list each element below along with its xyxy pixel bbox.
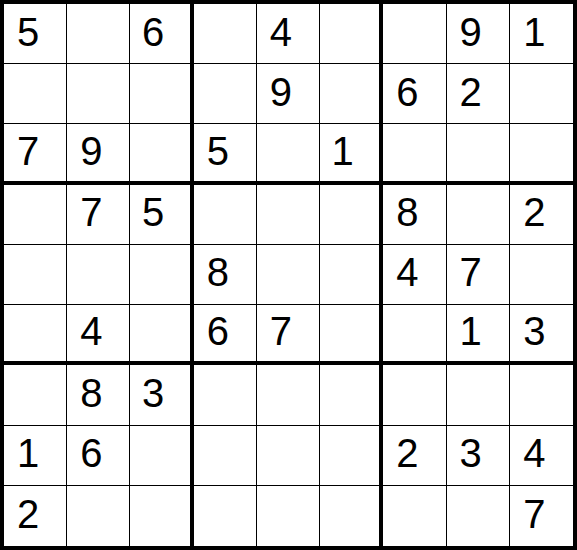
cell-r6c7[interactable] [383,305,446,365]
cell-r8c4[interactable] [194,426,257,486]
cell-r7c6[interactable] [320,365,383,425]
cell-r2c3[interactable] [130,64,193,124]
cell-r4c9[interactable]: 2 [510,185,573,245]
cell-r7c2[interactable]: 8 [67,365,130,425]
cell-r3c2[interactable]: 9 [67,124,130,184]
given-digit: 8 [396,192,418,232]
given-digit: 3 [523,311,545,351]
cell-r4c5[interactable] [257,185,320,245]
cell-r2c5[interactable]: 9 [257,64,320,124]
given-digit: 1 [460,311,482,351]
cell-r2c2[interactable] [67,64,130,124]
given-digit: 5 [17,12,39,52]
given-digit: 2 [460,72,482,112]
cell-r5c3[interactable] [130,245,193,305]
cell-r5c5[interactable] [257,245,320,305]
cell-r9c4[interactable] [194,486,257,546]
cell-r6c1[interactable] [4,305,67,365]
cell-r3c8[interactable] [447,124,510,184]
cell-r9c1[interactable]: 2 [4,486,67,546]
cell-r7c9[interactable] [510,365,573,425]
cell-r8c1[interactable]: 1 [4,426,67,486]
cell-r3c9[interactable] [510,124,573,184]
cell-r3c5[interactable] [257,124,320,184]
cell-r1c1[interactable]: 5 [4,4,67,64]
given-digit: 7 [17,131,39,171]
cell-r4c4[interactable] [194,185,257,245]
given-digit: 3 [142,373,164,413]
cell-r1c2[interactable] [67,4,130,64]
given-digit: 8 [80,373,102,413]
cell-r5c6[interactable] [320,245,383,305]
cell-r3c6[interactable]: 1 [320,124,383,184]
cell-r8c3[interactable] [130,426,193,486]
cell-r2c7[interactable]: 6 [383,64,446,124]
cell-r4c2[interactable]: 7 [67,185,130,245]
cell-r8c8[interactable]: 3 [447,426,510,486]
cell-r4c7[interactable]: 8 [383,185,446,245]
given-digit: 6 [207,311,229,351]
given-digit: 4 [523,433,545,473]
cell-r7c5[interactable] [257,365,320,425]
cell-r2c8[interactable]: 2 [447,64,510,124]
given-digit: 6 [396,72,418,112]
cell-r6c6[interactable] [320,305,383,365]
cell-r9c6[interactable] [320,486,383,546]
given-digit: 4 [396,252,418,292]
cell-r7c4[interactable] [194,365,257,425]
cell-r5c2[interactable] [67,245,130,305]
given-digit: 3 [460,433,482,473]
cell-r3c3[interactable] [130,124,193,184]
given-digit: 5 [142,192,164,232]
cell-r9c5[interactable] [257,486,320,546]
cell-r2c6[interactable] [320,64,383,124]
given-digit: 2 [523,192,545,232]
cell-r6c9[interactable]: 3 [510,305,573,365]
given-digit: 7 [460,252,482,292]
cell-r3c4[interactable]: 5 [194,124,257,184]
cell-r3c1[interactable]: 7 [4,124,67,184]
cell-r5c7[interactable]: 4 [383,245,446,305]
cell-r1c3[interactable]: 6 [130,4,193,64]
cell-r9c9[interactable]: 7 [510,486,573,546]
cell-r8c7[interactable]: 2 [383,426,446,486]
given-digit: 7 [270,311,292,351]
given-digit: 1 [332,131,354,171]
given-digit: 7 [80,192,102,232]
cell-r6c4[interactable]: 6 [194,305,257,365]
cell-r3c7[interactable] [383,124,446,184]
given-digit: 4 [270,12,292,52]
given-digit: 5 [207,131,229,171]
sudoku-board: 564919627951758284746713831623427 [0,0,577,550]
cell-r9c3[interactable] [130,486,193,546]
cell-r8c6[interactable] [320,426,383,486]
cell-r1c7[interactable] [383,4,446,64]
cell-r6c2[interactable]: 4 [67,305,130,365]
cell-r7c8[interactable] [447,365,510,425]
given-digit: 9 [460,12,482,52]
cell-r7c3[interactable]: 3 [130,365,193,425]
cell-r1c9[interactable]: 1 [510,4,573,64]
cell-r6c8[interactable]: 1 [447,305,510,365]
given-digit: 7 [523,494,545,534]
given-digit: 9 [270,72,292,112]
given-digit: 2 [17,494,39,534]
cell-r8c2[interactable]: 6 [67,426,130,486]
cell-r4c1[interactable] [4,185,67,245]
given-digit: 1 [523,12,545,52]
cell-r2c4[interactable] [194,64,257,124]
cell-r9c8[interactable] [447,486,510,546]
cell-r6c3[interactable] [130,305,193,365]
cell-r4c6[interactable] [320,185,383,245]
cell-r1c5[interactable]: 4 [257,4,320,64]
cell-r5c4[interactable]: 8 [194,245,257,305]
cell-r7c7[interactable] [383,365,446,425]
cell-r1c4[interactable] [194,4,257,64]
cell-r5c1[interactable] [4,245,67,305]
cell-r4c3[interactable]: 5 [130,185,193,245]
cell-r5c9[interactable] [510,245,573,305]
given-digit: 6 [142,12,164,52]
cell-r6c5[interactable]: 7 [257,305,320,365]
cell-r4c8[interactable] [447,185,510,245]
cell-r8c9[interactable]: 4 [510,426,573,486]
cell-r2c9[interactable] [510,64,573,124]
cell-r9c7[interactable] [383,486,446,546]
cell-r1c8[interactable]: 9 [447,4,510,64]
cell-r2c1[interactable] [4,64,67,124]
given-digit: 1 [17,433,39,473]
given-digit: 2 [396,433,418,473]
cell-r1c6[interactable] [320,4,383,64]
given-digit: 4 [80,311,102,351]
cell-r9c2[interactable] [67,486,130,546]
given-digit: 9 [80,131,102,171]
cell-r8c5[interactable] [257,426,320,486]
cell-r7c1[interactable] [4,365,67,425]
cell-r5c8[interactable]: 7 [447,245,510,305]
given-digit: 6 [80,433,102,473]
given-digit: 8 [207,252,229,292]
